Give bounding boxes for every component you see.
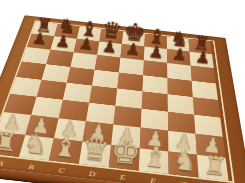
black-pawn-c7: ♟ [74,35,99,54]
black-pawn-a7: ♟ [27,30,52,49]
black-pawn-e7: ♟ [120,41,145,60]
chess-board: ♜♞♝♛♚♝♞♜♟♟♟♟♟♟♟♟♟♟♟♟♟♟♟♟♜♞♝♛♚♝♞♜ ABCDEFG… [0,15,245,183]
square-e4 [115,88,142,108]
black-pawn-d7: ♟ [97,38,122,57]
file-label-f: F [138,175,169,183]
black-pawn-h7: ♟ [190,49,215,68]
square-e1: ♚ [109,145,140,171]
black-pawn-f7: ♟ [144,43,169,62]
white-bishop-f1: ♝ [139,142,172,173]
black-pawn-b7: ♟ [50,33,75,52]
file-label-g: G [169,179,200,183]
square-g1: ♞ [168,151,198,177]
white-knight-b1: ♞ [19,129,52,159]
white-king-e1: ♚ [109,134,143,170]
square-c1: ♝ [49,138,83,163]
board-grid: ♜♞♝♛♚♝♞♜♟♟♟♟♟♟♟♟♟♟♟♟♟♟♟♟♜♞♝♛♚♝♞♜ [0,20,235,183]
black-pawn-g7: ♟ [167,46,192,65]
white-queen-d1: ♛ [79,132,112,166]
chess-set-photo: ♜♞♝♛♚♝♞♜♟♟♟♟♟♟♟♟♟♟♟♟♟♟♟♟♜♞♝♛♚♝♞♜ ABCDEFG… [0,0,245,183]
file-label-h: H [199,182,230,183]
white-rook-h1: ♜ [199,152,232,180]
scene: ♜♞♝♛♚♝♞♜♟♟♟♟♟♟♟♟♟♟♟♟♟♟♟♟♜♞♝♛♚♝♞♜ ABCDEFG… [0,0,245,183]
square-h1: ♜ [197,155,229,181]
white-knight-g1: ♞ [169,146,202,176]
square-f1: ♝ [139,148,169,174]
white-bishop-c1: ♝ [49,132,82,163]
square-d1: ♛ [79,142,111,168]
board-frame: ♜♞♝♛♚♝♞♜♟♟♟♟♟♟♟♟♟♟♟♟♟♟♟♟♜♞♝♛♚♝♞♜ ABCDEFG… [0,15,245,183]
square-c4 [63,83,92,103]
